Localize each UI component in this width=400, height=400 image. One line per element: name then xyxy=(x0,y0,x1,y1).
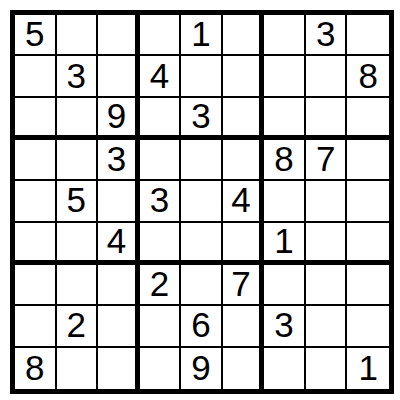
cell-r9c1[interactable]: 8 xyxy=(15,348,57,389)
cell-r8c2[interactable]: 2 xyxy=(57,306,99,347)
cell-r8c4[interactable] xyxy=(140,306,182,347)
cell-r4c4[interactable] xyxy=(140,140,182,181)
cell-r2c4[interactable]: 4 xyxy=(140,56,182,97)
cell-r6c5[interactable] xyxy=(181,223,223,265)
cell-r7c4[interactable]: 2 xyxy=(140,265,182,306)
cell-r2c2[interactable]: 3 xyxy=(57,56,99,97)
cell-r7c9[interactable] xyxy=(347,265,389,306)
cell-r8c8[interactable] xyxy=(306,306,348,347)
cell-r2c8[interactable] xyxy=(306,56,348,97)
cell-r1c8[interactable]: 3 xyxy=(306,15,348,56)
cell-r5c9[interactable] xyxy=(347,181,389,222)
cell-r7c2[interactable] xyxy=(57,265,99,306)
cell-r3c5[interactable]: 3 xyxy=(181,98,223,140)
cell-r6c3[interactable]: 4 xyxy=(98,223,140,265)
cell-r3c7[interactable] xyxy=(264,98,306,140)
cell-r7c5[interactable] xyxy=(181,265,223,306)
cell-r6c6[interactable] xyxy=(223,223,265,265)
cell-r9c9[interactable]: 1 xyxy=(347,348,389,389)
cell-r6c2[interactable] xyxy=(57,223,99,265)
cell-r1c3[interactable] xyxy=(98,15,140,56)
cell-r2c3[interactable] xyxy=(98,56,140,97)
cell-r8c6[interactable] xyxy=(223,306,265,347)
cell-r5c8[interactable] xyxy=(306,181,348,222)
cell-r3c3[interactable]: 9 xyxy=(98,98,140,140)
cell-r8c1[interactable] xyxy=(15,306,57,347)
cell-r5c5[interactable] xyxy=(181,181,223,222)
cell-r5c2[interactable]: 5 xyxy=(57,181,99,222)
cell-r6c4[interactable] xyxy=(140,223,182,265)
cell-r9c3[interactable] xyxy=(98,348,140,389)
sudoku-page: 513348933875344127263891 xyxy=(0,0,400,400)
cell-r9c6[interactable] xyxy=(223,348,265,389)
cell-r9c7[interactable] xyxy=(264,348,306,389)
cell-r2c6[interactable] xyxy=(223,56,265,97)
cell-r7c7[interactable] xyxy=(264,265,306,306)
cell-r4c6[interactable] xyxy=(223,140,265,181)
cell-r1c4[interactable] xyxy=(140,15,182,56)
cell-r5c1[interactable] xyxy=(15,181,57,222)
cell-r3c1[interactable] xyxy=(15,98,57,140)
cell-r1c2[interactable] xyxy=(57,15,99,56)
cell-r1c6[interactable] xyxy=(223,15,265,56)
cell-r8c3[interactable] xyxy=(98,306,140,347)
cell-r5c4[interactable]: 3 xyxy=(140,181,182,222)
cell-r4c2[interactable] xyxy=(57,140,99,181)
cell-r1c7[interactable] xyxy=(264,15,306,56)
sudoku-board: 513348933875344127263891 xyxy=(10,10,394,394)
cell-r4c9[interactable] xyxy=(347,140,389,181)
cell-r8c9[interactable] xyxy=(347,306,389,347)
cell-r5c3[interactable] xyxy=(98,181,140,222)
cell-r3c9[interactable] xyxy=(347,98,389,140)
cell-r4c5[interactable] xyxy=(181,140,223,181)
cell-r4c7[interactable]: 8 xyxy=(264,140,306,181)
cell-r6c8[interactable] xyxy=(306,223,348,265)
cell-r2c5[interactable] xyxy=(181,56,223,97)
cell-r1c9[interactable] xyxy=(347,15,389,56)
cell-r5c6[interactable]: 4 xyxy=(223,181,265,222)
cell-r1c1[interactable]: 5 xyxy=(15,15,57,56)
cell-r3c8[interactable] xyxy=(306,98,348,140)
cell-r4c3[interactable]: 3 xyxy=(98,140,140,181)
cell-r9c2[interactable] xyxy=(57,348,99,389)
cell-r6c1[interactable] xyxy=(15,223,57,265)
cell-r9c8[interactable] xyxy=(306,348,348,389)
cell-r9c5[interactable]: 9 xyxy=(181,348,223,389)
cell-r5c7[interactable] xyxy=(264,181,306,222)
cell-r4c8[interactable]: 7 xyxy=(306,140,348,181)
cell-r9c4[interactable] xyxy=(140,348,182,389)
cell-r6c9[interactable] xyxy=(347,223,389,265)
cell-r7c3[interactable] xyxy=(98,265,140,306)
cell-r6c7[interactable]: 1 xyxy=(264,223,306,265)
cell-r1c5[interactable]: 1 xyxy=(181,15,223,56)
cell-r7c8[interactable] xyxy=(306,265,348,306)
cell-r8c7[interactable]: 3 xyxy=(264,306,306,347)
cell-r3c4[interactable] xyxy=(140,98,182,140)
cell-r8c5[interactable]: 6 xyxy=(181,306,223,347)
cell-r7c1[interactable] xyxy=(15,265,57,306)
cell-r3c6[interactable] xyxy=(223,98,265,140)
cell-r2c1[interactable] xyxy=(15,56,57,97)
cell-r2c7[interactable] xyxy=(264,56,306,97)
cell-r3c2[interactable] xyxy=(57,98,99,140)
cell-r2c9[interactable]: 8 xyxy=(347,56,389,97)
cell-r4c1[interactable] xyxy=(15,140,57,181)
cell-r7c6[interactable]: 7 xyxy=(223,265,265,306)
